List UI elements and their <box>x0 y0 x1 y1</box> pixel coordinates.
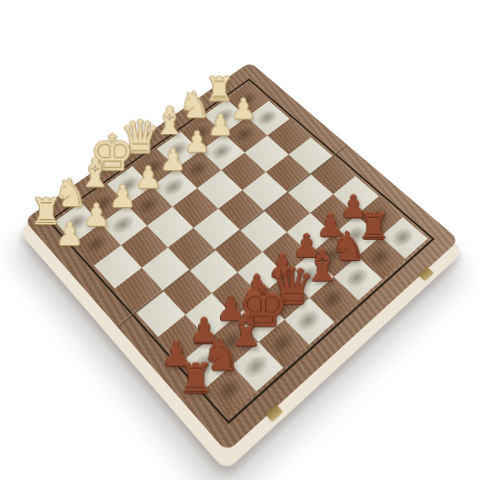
piece-shadow <box>340 263 374 294</box>
piece-shadow <box>80 230 114 260</box>
white-pawn-icon: ♟ <box>208 111 234 140</box>
black-rook-icon: ♜ <box>178 360 214 400</box>
piece-shadow <box>133 192 166 220</box>
piece-shadow <box>239 349 276 384</box>
piece-shadow <box>206 139 238 165</box>
piece-shadow <box>252 106 283 130</box>
white-pawn-icon: ♟ <box>231 95 257 124</box>
piece-shadow <box>158 174 191 201</box>
scene: ♜♞♝♛♚♝♞♜♟♟♟♟♟♟♟♟♟♟♟♟♟♟♟♟♜♞♝♛♚♝♞♜ <box>0 0 480 480</box>
white-pawn-icon: ♟ <box>135 163 162 193</box>
white-pawn-icon: ♟ <box>185 128 211 157</box>
chess-board: ♜♞♝♛♚♝♞♜♟♟♟♟♟♟♟♟♟♟♟♟♟♟♟♟♜♞♝♛♚♝♞♜ <box>24 62 459 452</box>
piece-shadow <box>183 156 215 182</box>
white-pawn-icon: ♟ <box>56 220 84 251</box>
white-pawn-icon: ♟ <box>83 200 111 231</box>
white-pawn-icon: ♟ <box>110 181 137 212</box>
product-photo-stage: ♜♞♝♛♚♝♞♜♟♟♟♟♟♟♟♟♟♟♟♟♟♟♟♟♜♞♝♛♚♝♞♜ <box>0 0 480 480</box>
white-pawn-icon: ♟ <box>160 145 187 175</box>
piece-shadow <box>107 211 141 240</box>
